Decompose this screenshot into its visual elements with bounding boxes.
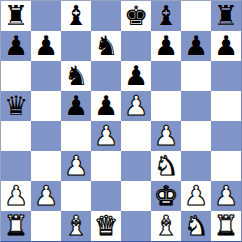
square-b5[interactable] [31, 91, 61, 121]
square-b6[interactable] [31, 61, 61, 91]
black-knight: ♞ [94, 32, 118, 59]
square-g2[interactable]: ♟ [181, 181, 211, 211]
white-knight: ♞ [154, 152, 178, 179]
square-g1[interactable]: ♞ [181, 211, 211, 241]
black-king: ♚ [124, 2, 148, 29]
white-pawn: ♟ [34, 182, 58, 209]
square-h3[interactable] [211, 151, 241, 181]
black-queen: ♛ [4, 92, 28, 119]
square-g5[interactable] [181, 91, 211, 121]
square-b4[interactable] [31, 121, 61, 151]
square-e2[interactable] [121, 181, 151, 211]
square-b8[interactable] [31, 1, 61, 31]
square-g6[interactable] [181, 61, 211, 91]
square-e4[interactable] [121, 121, 151, 151]
square-c3[interactable]: ♟ [61, 151, 91, 181]
square-a2[interactable]: ♟ [1, 181, 31, 211]
black-pawn: ♟ [34, 32, 58, 59]
square-f5[interactable] [151, 91, 181, 121]
white-rook: ♜ [4, 212, 28, 239]
black-knight: ♞ [64, 62, 88, 89]
square-b2[interactable]: ♟ [31, 181, 61, 211]
square-c2[interactable] [61, 181, 91, 211]
square-e3[interactable] [121, 151, 151, 181]
black-pawn: ♟ [184, 32, 208, 59]
square-f7[interactable]: ♟ [151, 31, 181, 61]
square-h1[interactable]: ♜ [211, 211, 241, 241]
black-pawn: ♟ [214, 32, 238, 59]
square-c5[interactable]: ♟ [61, 91, 91, 121]
square-f3[interactable]: ♞ [151, 151, 181, 181]
square-e7[interactable] [121, 31, 151, 61]
square-h5[interactable] [211, 91, 241, 121]
square-a8[interactable]: ♜ [1, 1, 31, 31]
black-pawn: ♟ [64, 92, 88, 119]
square-b3[interactable] [31, 151, 61, 181]
square-e8[interactable]: ♚ [121, 1, 151, 31]
black-pawn: ♟ [154, 32, 178, 59]
square-e5[interactable]: ♟ [121, 91, 151, 121]
square-g3[interactable] [181, 151, 211, 181]
white-pawn: ♟ [124, 92, 148, 119]
white-pawn: ♟ [94, 122, 118, 149]
square-c8[interactable]: ♝ [61, 1, 91, 31]
square-c4[interactable] [61, 121, 91, 151]
square-b1[interactable] [31, 211, 61, 241]
white-king: ♚ [154, 182, 178, 209]
square-b7[interactable]: ♟ [31, 31, 61, 61]
white-bishop: ♝ [154, 212, 178, 239]
square-f8[interactable]: ♝ [151, 1, 181, 31]
chess-board-frame: ♜♝♚♝♜♟♟♞♟♟♟♞♟♛♟♟♟♟♟♟♞♟♟♚♟♟♜♝♛♝♞♜ [0, 0, 242, 242]
square-g7[interactable]: ♟ [181, 31, 211, 61]
square-d6[interactable] [91, 61, 121, 91]
white-rook: ♜ [214, 212, 238, 239]
square-d2[interactable] [91, 181, 121, 211]
square-g8[interactable] [181, 1, 211, 31]
black-rook: ♜ [214, 2, 238, 29]
black-pawn: ♟ [94, 92, 118, 119]
black-bishop: ♝ [154, 2, 178, 29]
square-h6[interactable] [211, 61, 241, 91]
square-d1[interactable]: ♛ [91, 211, 121, 241]
black-rook: ♜ [4, 2, 28, 29]
square-a3[interactable] [1, 151, 31, 181]
square-a6[interactable] [1, 61, 31, 91]
square-e1[interactable] [121, 211, 151, 241]
square-c6[interactable]: ♞ [61, 61, 91, 91]
white-knight: ♞ [184, 212, 208, 239]
black-pawn: ♟ [4, 32, 28, 59]
square-f6[interactable] [151, 61, 181, 91]
white-queen: ♛ [94, 212, 118, 239]
square-d7[interactable]: ♞ [91, 31, 121, 61]
square-a4[interactable] [1, 121, 31, 151]
white-pawn: ♟ [64, 152, 88, 179]
white-pawn: ♟ [4, 182, 28, 209]
square-h7[interactable]: ♟ [211, 31, 241, 61]
square-c1[interactable]: ♝ [61, 211, 91, 241]
chess-board: ♜♝♚♝♜♟♟♞♟♟♟♞♟♛♟♟♟♟♟♟♞♟♟♚♟♟♜♝♛♝♞♜ [1, 1, 241, 241]
square-f4[interactable]: ♟ [151, 121, 181, 151]
square-f1[interactable]: ♝ [151, 211, 181, 241]
square-a5[interactable]: ♛ [1, 91, 31, 121]
square-e6[interactable]: ♟ [121, 61, 151, 91]
square-d5[interactable]: ♟ [91, 91, 121, 121]
white-pawn: ♟ [154, 122, 178, 149]
square-f2[interactable]: ♚ [151, 181, 181, 211]
square-d8[interactable] [91, 1, 121, 31]
white-pawn: ♟ [184, 182, 208, 209]
square-d3[interactable] [91, 151, 121, 181]
white-pawn: ♟ [214, 182, 238, 209]
square-g4[interactable] [181, 121, 211, 151]
black-bishop: ♝ [64, 2, 88, 29]
square-h4[interactable] [211, 121, 241, 151]
white-bishop: ♝ [64, 212, 88, 239]
square-h2[interactable]: ♟ [211, 181, 241, 211]
square-d4[interactable]: ♟ [91, 121, 121, 151]
black-pawn: ♟ [124, 62, 148, 89]
square-a1[interactable]: ♜ [1, 211, 31, 241]
square-h8[interactable]: ♜ [211, 1, 241, 31]
square-c7[interactable] [61, 31, 91, 61]
square-a7[interactable]: ♟ [1, 31, 31, 61]
